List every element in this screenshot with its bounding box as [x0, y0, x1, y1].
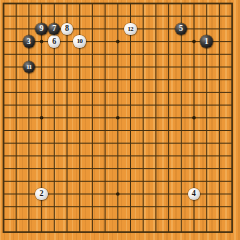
- move-number: 3: [27, 37, 31, 45]
- move-number: 11: [26, 63, 31, 70]
- move-number: 1: [204, 37, 208, 45]
- move-number: 9: [40, 25, 44, 33]
- stone-black-1[interactable]: 1: [200, 35, 212, 47]
- move-number: 2: [40, 189, 44, 197]
- stone-white-4[interactable]: 4: [188, 188, 200, 200]
- go-board[interactable]: 123456789101112: [0, 0, 240, 240]
- move-number: 10: [77, 38, 83, 45]
- move-number: 4: [192, 189, 196, 197]
- move-number: 5: [179, 25, 183, 33]
- stone-black-11[interactable]: 11: [23, 61, 35, 73]
- stone-white-12[interactable]: 12: [124, 23, 136, 35]
- stone-black-9[interactable]: 9: [35, 23, 47, 35]
- stone-black-7[interactable]: 7: [48, 23, 60, 35]
- move-number: 7: [52, 25, 56, 33]
- move-number: 8: [65, 25, 69, 33]
- stone-white-2[interactable]: 2: [35, 188, 47, 200]
- stone-black-3[interactable]: 3: [23, 35, 35, 47]
- stone-black-5[interactable]: 5: [175, 23, 187, 35]
- stone-white-6[interactable]: 6: [48, 35, 60, 47]
- move-number: 12: [127, 25, 133, 32]
- stone-white-8[interactable]: 8: [61, 23, 73, 35]
- stone-white-10[interactable]: 10: [73, 35, 85, 47]
- stone-layer: 123456789101112: [0, 0, 238, 238]
- move-number: 6: [52, 37, 56, 45]
